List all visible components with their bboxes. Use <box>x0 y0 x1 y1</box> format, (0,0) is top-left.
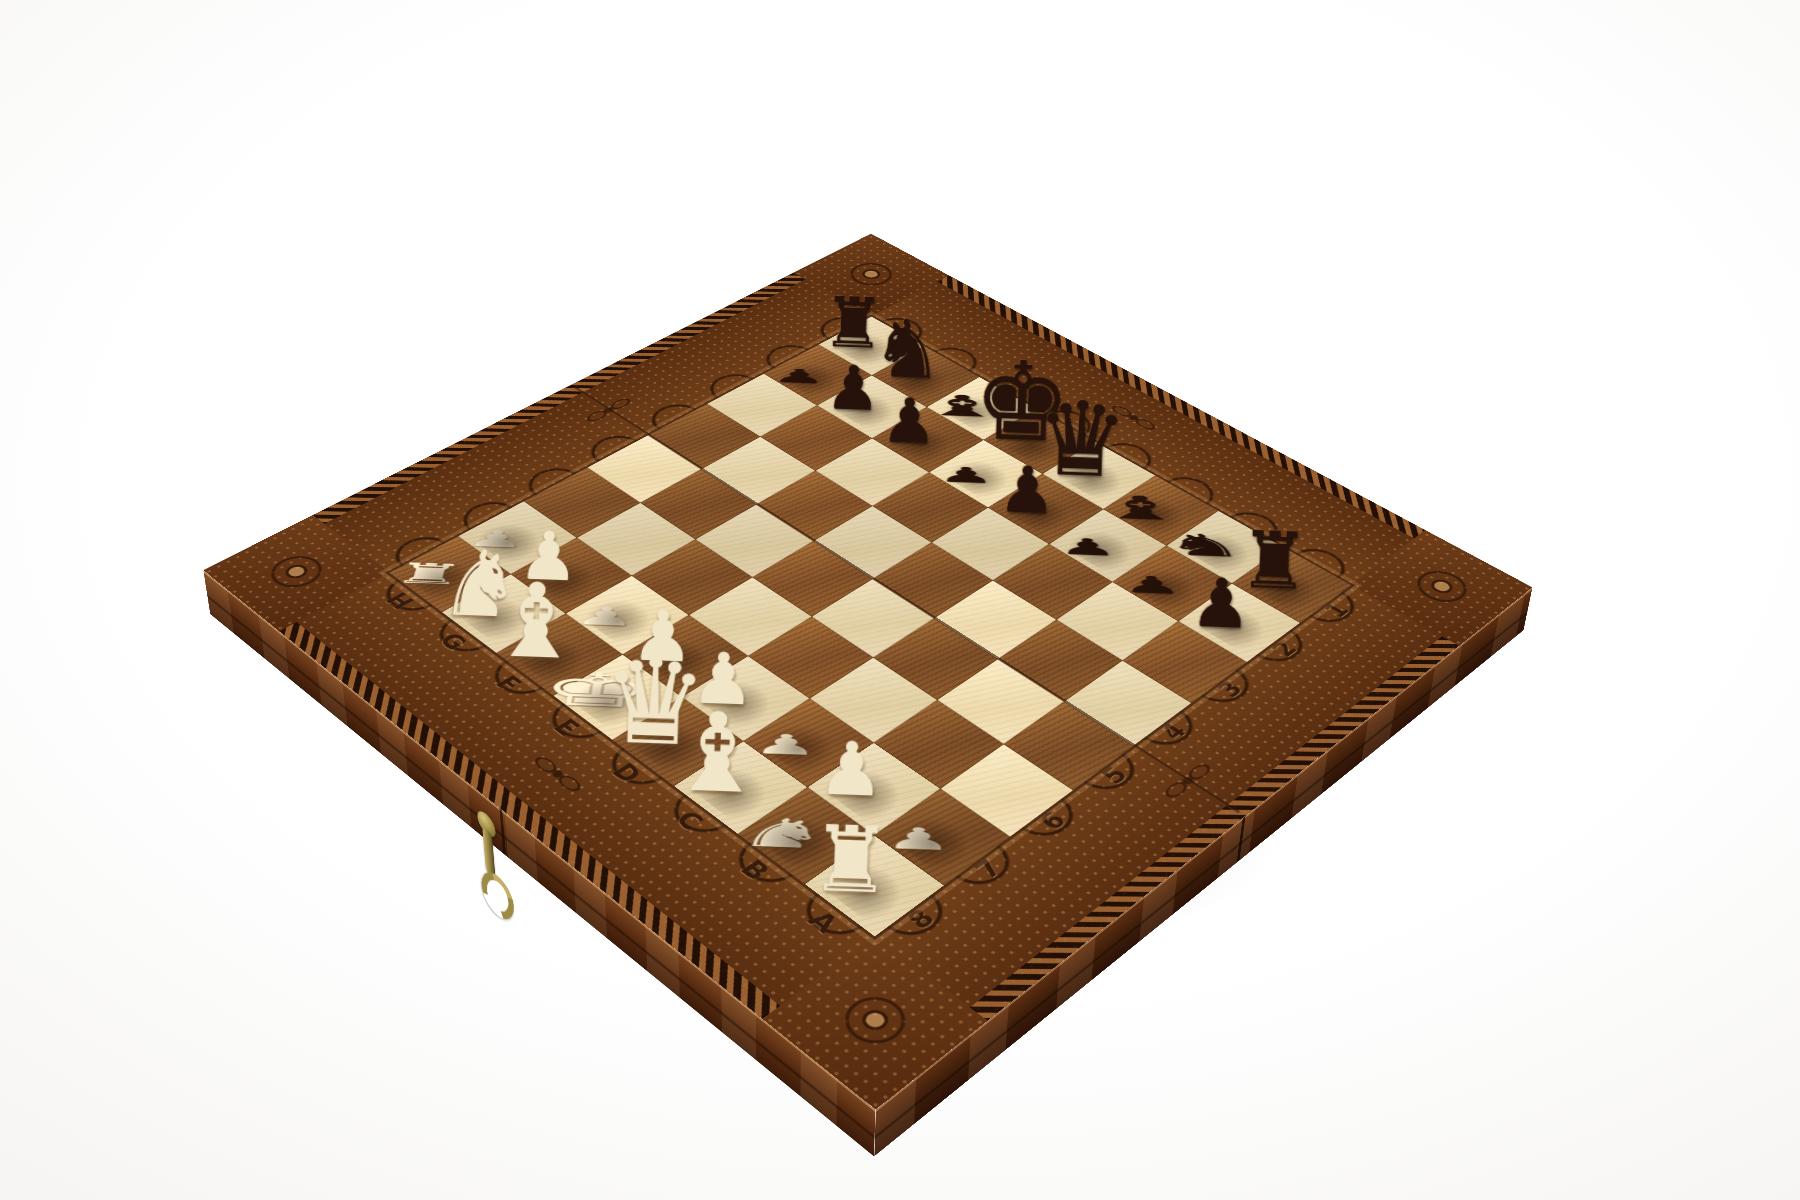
photo-backdrop: HGFEDCBA 12345678 ♜♞♝♚♛♝♞♜♟♟♟♟♟♟♟♟♟♟♟♟♟♟… <box>0 0 1800 1200</box>
black-pawn[interactable]: ♟ <box>1146 571 1296 638</box>
black-pawn[interactable]: ♟ <box>1017 535 1160 561</box>
clasp-hook <box>477 863 519 928</box>
square-r4c5[interactable] <box>873 543 993 619</box>
white-rook[interactable]: ♜ <box>765 816 936 905</box>
brass-clasp[interactable] <box>470 801 510 922</box>
black-pawn[interactable]: ♟ <box>956 460 1098 524</box>
black-pawn[interactable]: ♟ <box>841 392 978 453</box>
fold-seam-right <box>1237 816 1246 863</box>
white-bishop[interactable]: ♝ <box>635 700 800 806</box>
chess-board: HGFEDCBA 12345678 ♜♞♝♚♛♝♞♜♟♟♟♟♟♟♟♟♟♟♟♟♟♟… <box>203 234 1532 1110</box>
